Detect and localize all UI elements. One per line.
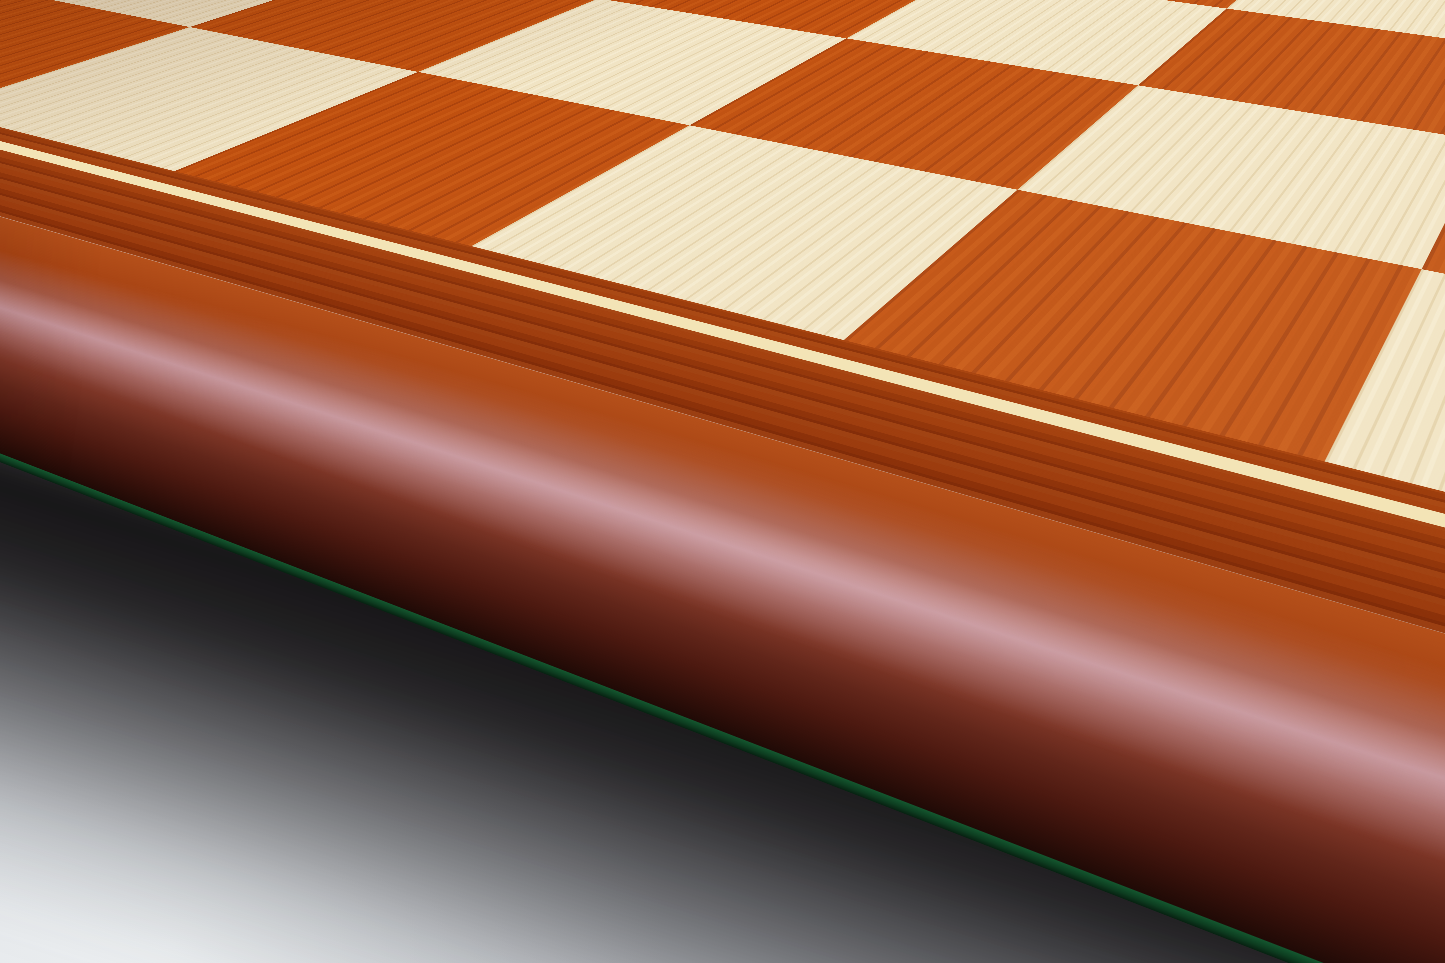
board-photo-scene — [0, 0, 1445, 963]
